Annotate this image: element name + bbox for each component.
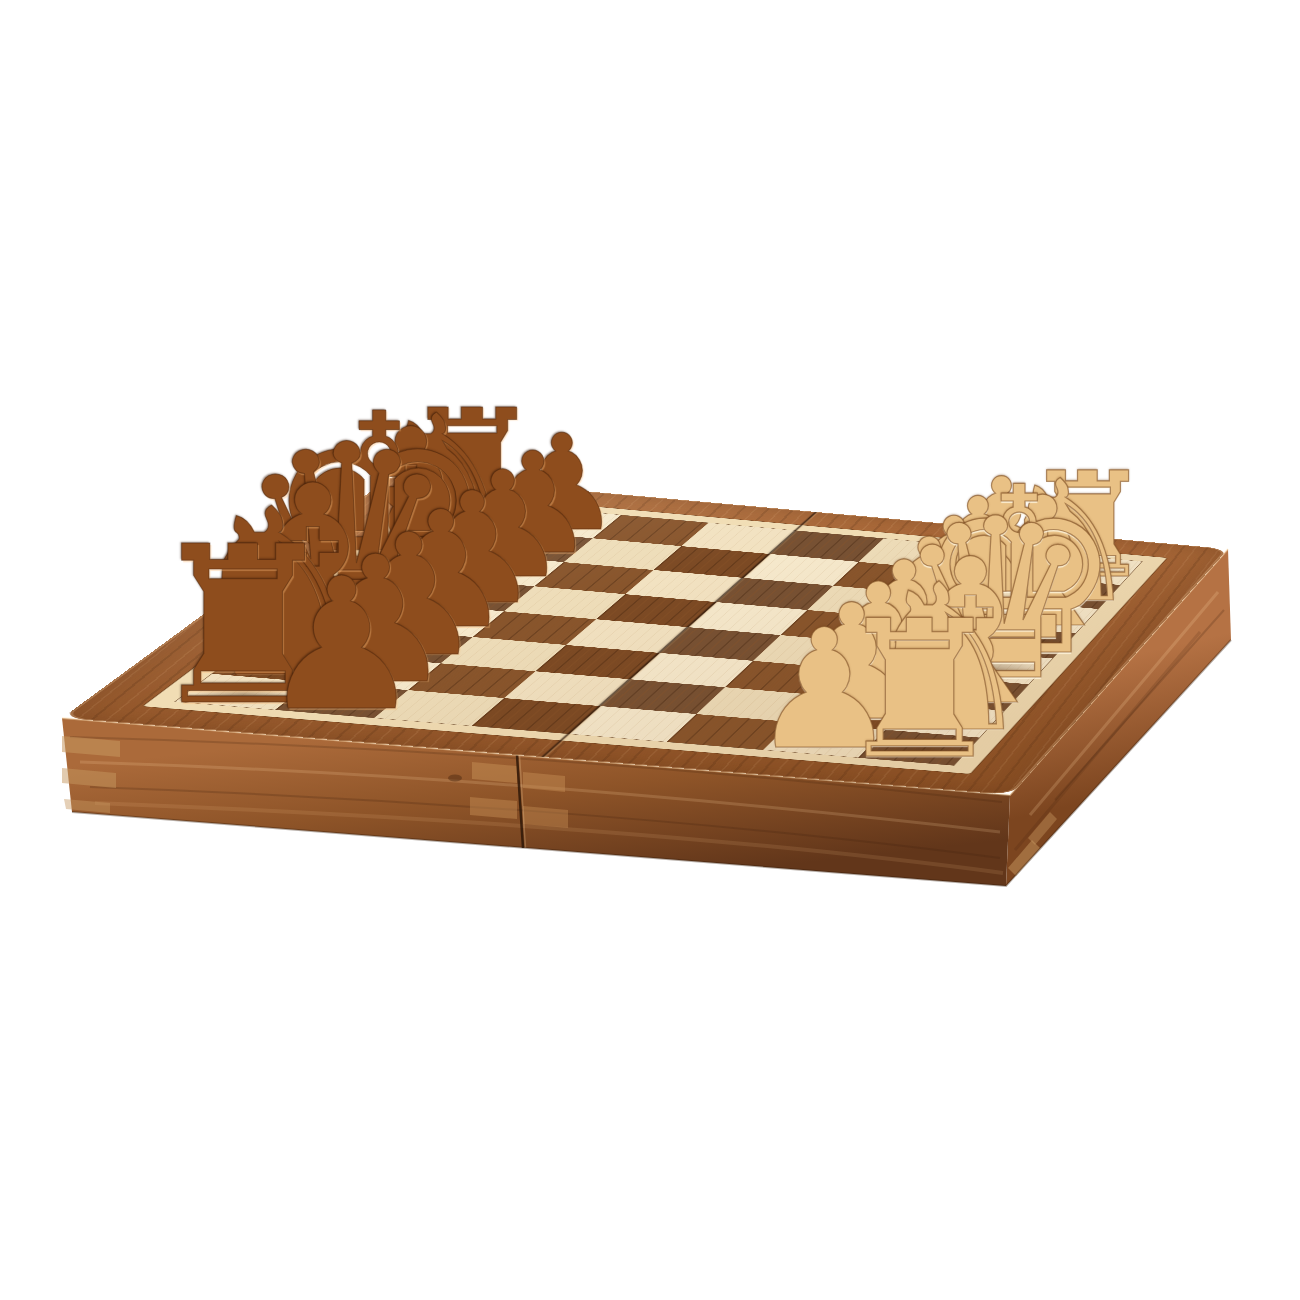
chess-set-photo: ♜♞♝♛♚♝♞♜♟♟♟♟♟♟♟♟♟♟♟♟♟♟♟♟♜♞♝♛♚♝♞♜ [0,0,1300,1300]
piece-white-rook-a1: ♜ [834,595,1004,785]
pieces-layer: ♜♞♝♛♚♝♞♜♟♟♟♟♟♟♟♟♟♟♟♟♟♟♟♟♜♞♝♛♚♝♞♜ [0,0,1300,1300]
piece-black-pawn-a7: ♟ [260,554,423,736]
